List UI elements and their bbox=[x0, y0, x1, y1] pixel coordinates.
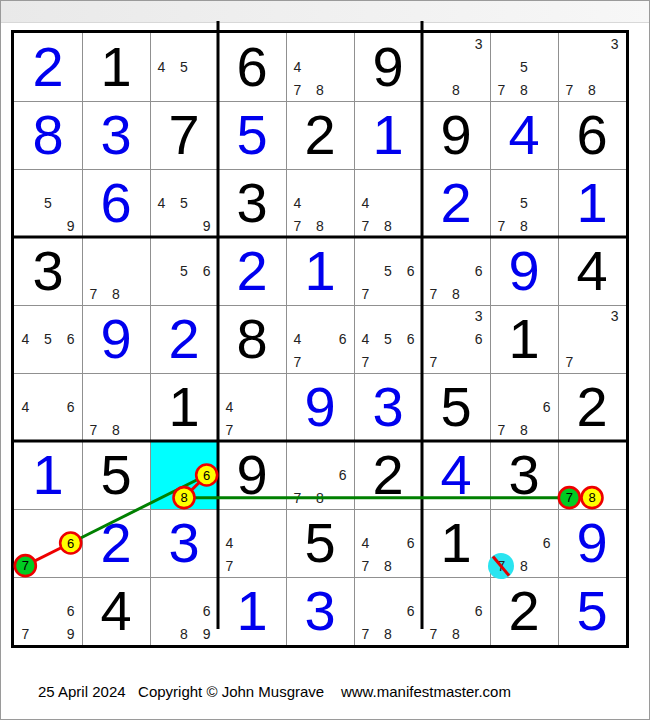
pencil-marks: 678 bbox=[422, 577, 490, 645]
candidate-7: 7 bbox=[422, 350, 445, 373]
cell-r4c1[interactable]: 3 bbox=[14, 237, 82, 305]
candidate-8: 8 bbox=[309, 78, 332, 101]
cell-r3c8[interactable]: 578 bbox=[490, 169, 558, 237]
candidate-6: 6 bbox=[331, 464, 354, 487]
cell-r9c2[interactable]: 4 bbox=[82, 577, 150, 645]
candidate-6: 6 bbox=[467, 328, 490, 351]
given-digit: 2 bbox=[490, 577, 558, 645]
candidate-7: 7 bbox=[354, 214, 377, 237]
cell-r5c3[interactable]: 2 bbox=[150, 305, 218, 373]
cell-r4c8[interactable]: 9 bbox=[490, 237, 558, 305]
cell-r5c8[interactable]: 1 bbox=[490, 305, 558, 373]
candidate-8: 8 bbox=[105, 282, 128, 305]
solved-digit: 2 bbox=[14, 33, 82, 101]
candidate-3: 3 bbox=[603, 305, 626, 328]
candidate-6: 6 bbox=[59, 600, 82, 623]
candidate-4: 4 bbox=[218, 396, 241, 419]
candidate-6: 6 bbox=[399, 600, 422, 623]
pencil-marks: 4567 bbox=[354, 305, 422, 373]
solved-digit: 2 bbox=[218, 237, 286, 305]
candidate-8: 8 bbox=[581, 486, 604, 509]
given-digit: 3 bbox=[14, 237, 82, 305]
solved-digit: 9 bbox=[286, 373, 354, 441]
candidate-8: 8 bbox=[173, 486, 196, 509]
given-digit: 5 bbox=[82, 441, 150, 509]
candidate-7: 7 bbox=[218, 554, 241, 577]
solved-digit: 3 bbox=[150, 509, 218, 577]
candidate-5: 5 bbox=[513, 56, 536, 79]
title-bar bbox=[1, 1, 649, 23]
candidate-8: 8 bbox=[513, 554, 536, 577]
cell-r7c8[interactable]: 3 bbox=[490, 441, 558, 509]
candidate-7: 7 bbox=[558, 350, 581, 373]
pencil-marks: 378 bbox=[558, 33, 626, 101]
given-digit: 8 bbox=[218, 305, 286, 373]
candidate-8: 8 bbox=[513, 418, 536, 441]
cell-r2c5[interactable]: 2 bbox=[286, 101, 354, 169]
cell-r7c3[interactable]: 68 bbox=[150, 441, 218, 509]
candidate-6: 6 bbox=[59, 532, 82, 555]
solved-digit: 5 bbox=[558, 577, 626, 645]
cell-r9c8[interactable]: 2 bbox=[490, 577, 558, 645]
cell-r4c2[interactable]: 78 bbox=[82, 237, 150, 305]
candidate-9: 9 bbox=[59, 214, 82, 237]
candidate-8: 8 bbox=[445, 78, 468, 101]
candidate-5: 5 bbox=[37, 192, 60, 215]
candidate-7: 7 bbox=[490, 214, 513, 237]
cell-r3c3[interactable]: 459 bbox=[150, 169, 218, 237]
candidate-6: 6 bbox=[399, 260, 422, 283]
candidate-8: 8 bbox=[377, 214, 400, 237]
candidate-7: 7 bbox=[354, 554, 377, 577]
cell-r2c2[interactable]: 3 bbox=[82, 101, 150, 169]
pencil-marks: 38 bbox=[422, 33, 490, 101]
given-digit: 4 bbox=[558, 237, 626, 305]
pencil-marks: 678 bbox=[422, 237, 490, 305]
candidate-8: 8 bbox=[513, 214, 536, 237]
pencil-marks: 46 bbox=[14, 373, 82, 441]
pencil-marks: 37 bbox=[558, 305, 626, 373]
cell-r8c6[interactable]: 4678 bbox=[354, 509, 422, 577]
cell-r1c4[interactable]: 6 bbox=[218, 33, 286, 101]
cell-r2c1[interactable]: 8 bbox=[14, 101, 82, 169]
cell-r4c9[interactable]: 4 bbox=[558, 237, 626, 305]
pencil-marks: 567 bbox=[354, 237, 422, 305]
candidate-6: 6 bbox=[535, 396, 558, 419]
cell-r9c1[interactable]: 679 bbox=[14, 577, 82, 645]
cell-r7c7[interactable]: 4 bbox=[422, 441, 490, 509]
cell-r5c6[interactable]: 4567 bbox=[354, 305, 422, 373]
solved-digit: 3 bbox=[82, 101, 150, 169]
cell-r5c7[interactable]: 367 bbox=[422, 305, 490, 373]
cell-r1c9[interactable]: 378 bbox=[558, 33, 626, 101]
candidate-4: 4 bbox=[150, 56, 173, 79]
candidate-6: 6 bbox=[195, 464, 218, 487]
candidate-6: 6 bbox=[399, 532, 422, 555]
cell-r5c9[interactable]: 37 bbox=[558, 305, 626, 373]
cell-r4c6[interactable]: 567 bbox=[354, 237, 422, 305]
candidate-4: 4 bbox=[286, 328, 309, 351]
given-digit: 5 bbox=[286, 509, 354, 577]
cell-r1c6[interactable]: 9 bbox=[354, 33, 422, 101]
cell-r6c9[interactable]: 2 bbox=[558, 373, 626, 441]
cell-r1c5[interactable]: 478 bbox=[286, 33, 354, 101]
cell-r7c5[interactable]: 678 bbox=[286, 441, 354, 509]
candidate-4: 4 bbox=[286, 56, 309, 79]
pencil-marks: 67 bbox=[14, 509, 82, 577]
cell-r6c6[interactable]: 3 bbox=[354, 373, 422, 441]
pencil-marks: 367 bbox=[422, 305, 490, 373]
solved-digit: 1 bbox=[218, 577, 286, 645]
pencil-marks: 78 bbox=[82, 373, 150, 441]
cell-r8c8[interactable]: 678 bbox=[490, 509, 558, 577]
given-digit: 1 bbox=[422, 509, 490, 577]
cell-r8c3[interactable]: 3 bbox=[150, 509, 218, 577]
pencil-marks: 478 bbox=[354, 169, 422, 237]
candidate-7: 7 bbox=[286, 350, 309, 373]
given-digit: 6 bbox=[218, 33, 286, 101]
cell-r6c7[interactable]: 5 bbox=[422, 373, 490, 441]
candidate-7: 7 bbox=[354, 282, 377, 305]
cell-r3c2[interactable]: 6 bbox=[82, 169, 150, 237]
solved-digit: 3 bbox=[286, 577, 354, 645]
candidate-6: 6 bbox=[535, 532, 558, 555]
cell-r6c2[interactable]: 78 bbox=[82, 373, 150, 441]
candidate-4: 4 bbox=[218, 532, 241, 555]
solved-digit: 5 bbox=[218, 101, 286, 169]
cell-r1c7[interactable]: 38 bbox=[422, 33, 490, 101]
pencil-marks: 47 bbox=[218, 509, 286, 577]
candidate-4: 4 bbox=[14, 328, 37, 351]
candidate-8: 8 bbox=[377, 554, 400, 577]
cell-r4c3[interactable]: 56 bbox=[150, 237, 218, 305]
cell-r4c7[interactable]: 678 bbox=[422, 237, 490, 305]
cell-r3c6[interactable]: 478 bbox=[354, 169, 422, 237]
given-digit: 9 bbox=[354, 33, 422, 101]
cell-r3c5[interactable]: 478 bbox=[286, 169, 354, 237]
solved-digit: 6 bbox=[82, 169, 150, 237]
solved-digit: 1 bbox=[354, 101, 422, 169]
given-digit: 2 bbox=[558, 373, 626, 441]
cell-r6c4[interactable]: 47 bbox=[218, 373, 286, 441]
pencil-marks: 678 bbox=[490, 509, 558, 577]
pencil-marks: 478 bbox=[286, 169, 354, 237]
pencil-marks: 689 bbox=[150, 577, 218, 645]
candidate-4: 4 bbox=[354, 328, 377, 351]
solved-digit: 2 bbox=[82, 509, 150, 577]
given-digit: 1 bbox=[490, 305, 558, 373]
cell-r1c3[interactable]: 45 bbox=[150, 33, 218, 101]
given-digit: 9 bbox=[422, 101, 490, 169]
cell-r4c4[interactable]: 2 bbox=[218, 237, 286, 305]
candidate-3: 3 bbox=[467, 33, 490, 56]
candidate-6: 6 bbox=[59, 396, 82, 419]
cell-r1c2[interactable]: 1 bbox=[82, 33, 150, 101]
cell-r3c4[interactable]: 3 bbox=[218, 169, 286, 237]
candidate-5: 5 bbox=[173, 192, 196, 215]
given-digit: 4 bbox=[82, 577, 150, 645]
pencil-marks: 4678 bbox=[354, 509, 422, 577]
candidate-8: 8 bbox=[513, 78, 536, 101]
cell-r7c9[interactable]: 78 bbox=[558, 441, 626, 509]
candidate-6: 6 bbox=[467, 600, 490, 623]
pencil-marks: 578 bbox=[490, 169, 558, 237]
cell-r6c5[interactable]: 9 bbox=[286, 373, 354, 441]
candidate-7: 7 bbox=[14, 622, 37, 645]
page: 2145647893857837883752194659645934784782… bbox=[0, 0, 650, 720]
candidate-8: 8 bbox=[309, 486, 332, 509]
given-digit: 3 bbox=[218, 169, 286, 237]
sudoku-board: 2145647893857837883752194659645934784782… bbox=[14, 33, 626, 645]
candidate-6: 6 bbox=[331, 328, 354, 351]
candidate-9: 9 bbox=[195, 622, 218, 645]
given-digit: 7 bbox=[150, 101, 218, 169]
candidate-4: 4 bbox=[354, 532, 377, 555]
candidate-8: 8 bbox=[445, 622, 468, 645]
pencil-marks: 679 bbox=[14, 577, 82, 645]
given-digit: 2 bbox=[286, 101, 354, 169]
candidate-7: 7 bbox=[558, 486, 581, 509]
cell-r7c2[interactable]: 5 bbox=[82, 441, 150, 509]
pencil-marks: 678 bbox=[490, 373, 558, 441]
solved-digit: 1 bbox=[14, 441, 82, 509]
cell-r3c9[interactable]: 1 bbox=[558, 169, 626, 237]
candidate-7: 7 bbox=[354, 622, 377, 645]
solved-digit: 1 bbox=[558, 169, 626, 237]
candidate-8: 8 bbox=[173, 622, 196, 645]
candidate-4: 4 bbox=[150, 192, 173, 215]
candidate-7: 7 bbox=[286, 486, 309, 509]
cell-r7c4[interactable]: 9 bbox=[218, 441, 286, 509]
solved-digit: 8 bbox=[14, 101, 82, 169]
candidate-3: 3 bbox=[603, 33, 626, 56]
cell-r7c6[interactable]: 2 bbox=[354, 441, 422, 509]
cell-r9c4[interactable]: 1 bbox=[218, 577, 286, 645]
candidate-6: 6 bbox=[195, 600, 218, 623]
cell-r8c2[interactable]: 2 bbox=[82, 509, 150, 577]
candidate-5: 5 bbox=[513, 192, 536, 215]
cell-r5c4[interactable]: 8 bbox=[218, 305, 286, 373]
cell-r5c2[interactable]: 9 bbox=[82, 305, 150, 373]
cell-r6c3[interactable]: 1 bbox=[150, 373, 218, 441]
pencil-marks: 467 bbox=[286, 305, 354, 373]
cell-r5c5[interactable]: 467 bbox=[286, 305, 354, 373]
candidate-7: 7 bbox=[422, 622, 445, 645]
footer-text: 25 April 2024 Copyright © John Musgrave … bbox=[38, 683, 511, 700]
pencil-marks: 45 bbox=[150, 33, 218, 101]
pencil-marks: 59 bbox=[14, 169, 82, 237]
candidate-7: 7 bbox=[14, 554, 37, 577]
candidate-3: 3 bbox=[467, 305, 490, 328]
pencil-marks: 78 bbox=[558, 441, 626, 509]
candidate-5: 5 bbox=[377, 328, 400, 351]
candidate-8: 8 bbox=[581, 78, 604, 101]
candidate-6: 6 bbox=[399, 328, 422, 351]
candidate-7: 7 bbox=[82, 282, 105, 305]
solved-digit: 4 bbox=[422, 441, 490, 509]
given-digit: 9 bbox=[218, 441, 286, 509]
pencil-marks: 68 bbox=[150, 441, 218, 509]
candidate-9: 9 bbox=[59, 622, 82, 645]
candidate-5: 5 bbox=[173, 56, 196, 79]
candidate-8: 8 bbox=[445, 282, 468, 305]
cell-r6c8[interactable]: 678 bbox=[490, 373, 558, 441]
candidate-7: 7 bbox=[490, 78, 513, 101]
candidate-7: 7 bbox=[422, 282, 445, 305]
pencil-marks: 578 bbox=[490, 33, 558, 101]
pencil-marks: 478 bbox=[286, 33, 354, 101]
cell-r2c6[interactable]: 1 bbox=[354, 101, 422, 169]
cell-r7c1[interactable]: 1 bbox=[14, 441, 82, 509]
given-digit: 2 bbox=[354, 441, 422, 509]
candidate-5: 5 bbox=[37, 328, 60, 351]
solved-digit: 9 bbox=[558, 509, 626, 577]
given-digit: 6 bbox=[558, 101, 626, 169]
pencil-marks: 456 bbox=[14, 305, 82, 373]
pencil-marks: 678 bbox=[354, 577, 422, 645]
cell-r8c7[interactable]: 1 bbox=[422, 509, 490, 577]
pencil-marks: 678 bbox=[286, 441, 354, 509]
cell-r5c1[interactable]: 456 bbox=[14, 305, 82, 373]
solved-digit: 4 bbox=[490, 101, 558, 169]
candidate-8: 8 bbox=[309, 214, 332, 237]
cell-r9c3[interactable]: 689 bbox=[150, 577, 218, 645]
candidate-6: 6 bbox=[467, 260, 490, 283]
cell-r9c6[interactable]: 678 bbox=[354, 577, 422, 645]
candidate-4: 4 bbox=[14, 396, 37, 419]
candidate-7: 7 bbox=[286, 78, 309, 101]
solved-digit: 9 bbox=[490, 237, 558, 305]
candidate-6: 6 bbox=[59, 328, 82, 351]
cell-r4c5[interactable]: 1 bbox=[286, 237, 354, 305]
cell-r1c8[interactable]: 578 bbox=[490, 33, 558, 101]
given-digit: 3 bbox=[490, 441, 558, 509]
candidate-5: 5 bbox=[377, 260, 400, 283]
candidate-8: 8 bbox=[377, 622, 400, 645]
cell-r6c1[interactable]: 46 bbox=[14, 373, 82, 441]
cell-r3c1[interactable]: 59 bbox=[14, 169, 82, 237]
solved-digit: 1 bbox=[286, 237, 354, 305]
candidate-7: 7 bbox=[286, 214, 309, 237]
candidate-8: 8 bbox=[105, 418, 128, 441]
given-digit: 1 bbox=[82, 33, 150, 101]
solved-digit: 2 bbox=[422, 169, 490, 237]
cell-r2c7[interactable]: 9 bbox=[422, 101, 490, 169]
given-digit: 5 bbox=[422, 373, 490, 441]
solved-digit: 9 bbox=[82, 305, 150, 373]
cell-r8c4[interactable]: 47 bbox=[218, 509, 286, 577]
candidate-7: 7 bbox=[82, 418, 105, 441]
candidate-7: 7 bbox=[218, 418, 241, 441]
candidate-4: 4 bbox=[354, 192, 377, 215]
pencil-marks: 47 bbox=[218, 373, 286, 441]
candidate-7: 7 bbox=[558, 78, 581, 101]
pencil-marks: 78 bbox=[82, 237, 150, 305]
candidate-7: 7 bbox=[490, 554, 513, 577]
cell-r9c9[interactable]: 5 bbox=[558, 577, 626, 645]
candidate-4: 4 bbox=[286, 192, 309, 215]
cell-r1c1[interactable]: 2 bbox=[14, 33, 82, 101]
cell-r2c4[interactable]: 5 bbox=[218, 101, 286, 169]
pencil-marks: 56 bbox=[150, 237, 218, 305]
candidate-5: 5 bbox=[173, 260, 196, 283]
cell-r9c7[interactable]: 678 bbox=[422, 577, 490, 645]
cell-r8c5[interactable]: 5 bbox=[286, 509, 354, 577]
candidate-7: 7 bbox=[354, 350, 377, 373]
cell-r2c8[interactable]: 4 bbox=[490, 101, 558, 169]
pencil-marks: 459 bbox=[150, 169, 218, 237]
candidate-9: 9 bbox=[195, 214, 218, 237]
cell-r8c1[interactable]: 67 bbox=[14, 509, 82, 577]
candidate-6: 6 bbox=[195, 260, 218, 283]
candidate-7: 7 bbox=[490, 418, 513, 441]
solved-digit: 2 bbox=[150, 305, 218, 373]
cell-r2c9[interactable]: 6 bbox=[558, 101, 626, 169]
cell-r3c7[interactable]: 2 bbox=[422, 169, 490, 237]
cell-r8c9[interactable]: 9 bbox=[558, 509, 626, 577]
solved-digit: 3 bbox=[354, 373, 422, 441]
cell-r2c3[interactable]: 7 bbox=[150, 101, 218, 169]
cell-r9c5[interactable]: 3 bbox=[286, 577, 354, 645]
given-digit: 1 bbox=[150, 373, 218, 441]
